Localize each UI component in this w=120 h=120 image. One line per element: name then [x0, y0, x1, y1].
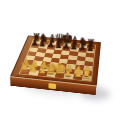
piece-black-pawn: ♟	[86, 44, 94, 53]
piece-black-pawn: ♟	[47, 40, 55, 49]
piece-white-rook: ♜	[81, 68, 92, 80]
square-h7: ♟	[86, 49, 95, 54]
product-photo: ♜♞♝♛♚♝♞♜♟♟♟♟♟♟♟♟♟♟♟♟♟♟♟♟♜♞♝♛♚♝♞♜	[0, 0, 120, 120]
piece-black-pawn: ♟	[39, 39, 47, 48]
photo-rotation-wrapper: ♜♞♝♛♚♝♞♜♟♟♟♟♟♟♟♟♟♟♟♟♟♟♟♟♜♞♝♛♚♝♞♜	[0, 0, 120, 120]
square-a5	[27, 51, 37, 56]
brass-latch	[48, 83, 56, 89]
perspective-scene: ♜♞♝♛♚♝♞♜♟♟♟♟♟♟♟♟♟♟♟♟♟♟♟♟♜♞♝♛♚♝♞♜	[18, 17, 101, 100]
board-grid: ♜♞♝♛♚♝♞♜♟♟♟♟♟♟♟♟♟♟♟♟♟♟♟♟♜♞♝♛♚♝♞♜	[20, 40, 95, 81]
square-f7: ♟	[70, 47, 79, 52]
piece-black-pawn: ♟	[70, 42, 78, 51]
piece-black-pawn: ♟	[78, 43, 86, 52]
chess-board: ♜♞♝♛♚♝♞♜♟♟♟♟♟♟♟♟♟♟♟♟♟♟♟♟♜♞♝♛♚♝♞♜	[10, 35, 101, 85]
square-h1: ♜	[82, 75, 92, 81]
